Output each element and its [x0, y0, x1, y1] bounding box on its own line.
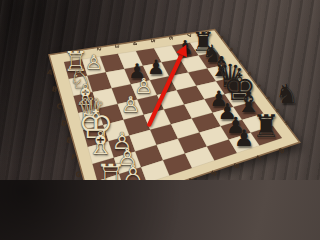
chess-scene: ABCDEFGH1234567812345678ABCDEFGH♜♟♞♙♖♟♝♟… — [0, 0, 320, 180]
piece-white-rook-h1[interactable]: ♖ — [95, 160, 126, 180]
coord-label-file-d: D — [60, 119, 68, 128]
coord-label-file-a: A — [46, 68, 54, 77]
piece-black-pawn-h7[interactable]: ♟ — [234, 127, 255, 150]
table-surface: { "game": "chess", "scene": "overhead ph… — [0, 0, 320, 180]
coord-label-file-g: G — [75, 170, 83, 179]
piece-black-rook-h8[interactable]: ♜ — [252, 112, 280, 144]
coord-label-file-b: B — [51, 85, 58, 94]
piece-white-bishop-f1[interactable]: ♗ — [87, 129, 115, 160]
coord-label-file-f: F — [70, 153, 77, 162]
captured-black-knight[interactable]: ♞ — [275, 81, 299, 108]
chess-board: ABCDEFGH1234567812345678ABCDEFGH — [0, 0, 320, 180]
coord-label-file-e: E — [66, 136, 73, 145]
piece-white-pawn-d3[interactable]: ♙ — [121, 95, 140, 117]
piece-black-pawn-a7[interactable]: ♟ — [177, 38, 194, 57]
coord-label-file-c: C — [56, 102, 63, 111]
